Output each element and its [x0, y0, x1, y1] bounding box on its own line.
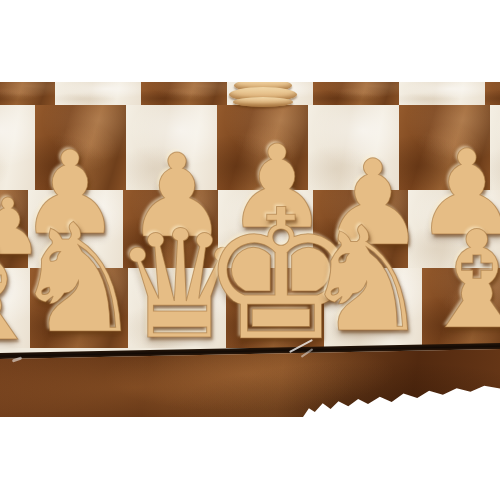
piece-base-ring — [233, 97, 293, 107]
chess-piece-cut-base — [229, 82, 297, 107]
chessboard-photo: ♟♟♟♟♟♟♝♞♛♚♞♝ — [0, 82, 500, 417]
chess-piece-knight: ♞ — [301, 207, 431, 352]
page-background: ♟♟♟♟♟♟♝♞♛♚♞♝ — [0, 0, 500, 500]
chess-piece-bishop: ♝ — [416, 213, 500, 348]
pieces-layer: ♟♟♟♟♟♟♝♞♛♚♞♝ — [0, 82, 500, 417]
